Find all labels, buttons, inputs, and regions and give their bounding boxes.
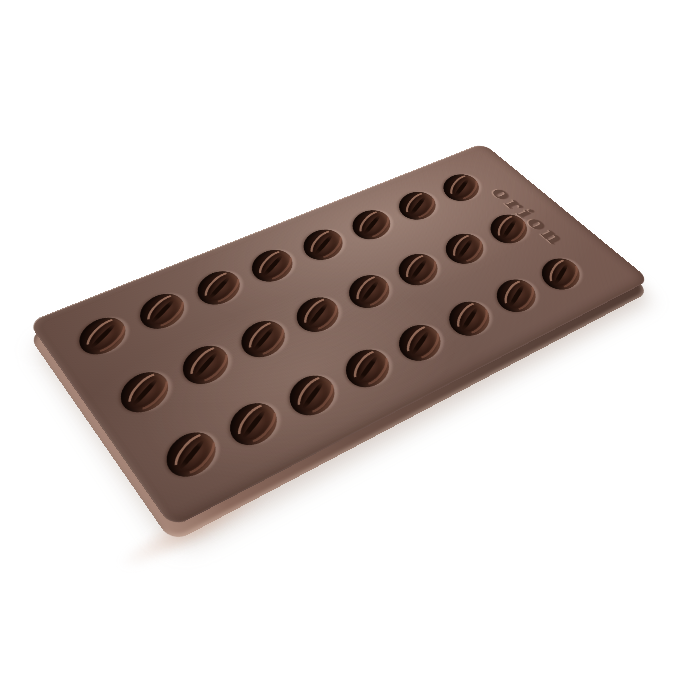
coffee-bean-cavity xyxy=(289,292,347,339)
coffee-bean-cavity xyxy=(536,253,586,295)
bean-crease-ridge xyxy=(241,317,291,361)
coffee-bean-cavity xyxy=(392,249,445,292)
bean-crease-ridge xyxy=(492,212,531,247)
coffee-bean-cavity xyxy=(111,366,178,420)
coffee-bean-cavity xyxy=(338,343,398,394)
bean-crease-ridge xyxy=(400,251,443,289)
coffee-bean-cavity xyxy=(244,244,301,287)
coffee-bean-cavity xyxy=(391,319,448,368)
coffee-bean-cavity xyxy=(345,205,397,244)
coffee-bean-cavity xyxy=(392,187,442,225)
coffee-bean-cavity xyxy=(484,210,533,249)
bean-crease-ridge xyxy=(182,342,235,388)
bean-crease-ridge xyxy=(297,294,345,335)
coffee-bean-cavity xyxy=(437,170,485,206)
coffee-bean-cavity xyxy=(174,340,238,392)
coffee-bean-cavity xyxy=(442,296,496,342)
coffee-bean-cavity xyxy=(220,396,286,453)
coffee-bean-cavity xyxy=(296,224,350,265)
coffee-bean-cavity xyxy=(490,274,542,318)
coffee-bean-cavity xyxy=(189,265,248,310)
coffee-bean-cavity xyxy=(156,425,225,485)
bean-crease-ridge xyxy=(120,368,176,416)
coffee-bean-cavity xyxy=(233,315,294,364)
coffee-bean-cavity xyxy=(281,369,343,423)
bean-crease-ridge xyxy=(350,272,395,312)
photo-canvas: orion xyxy=(0,0,680,680)
coffee-bean-cavity xyxy=(341,270,397,315)
coffee-bean-cavity xyxy=(131,288,193,335)
coffee-bean-cavity xyxy=(439,229,490,270)
coffee-bean-cavity xyxy=(70,311,135,361)
bean-crease-ridge xyxy=(447,231,488,267)
